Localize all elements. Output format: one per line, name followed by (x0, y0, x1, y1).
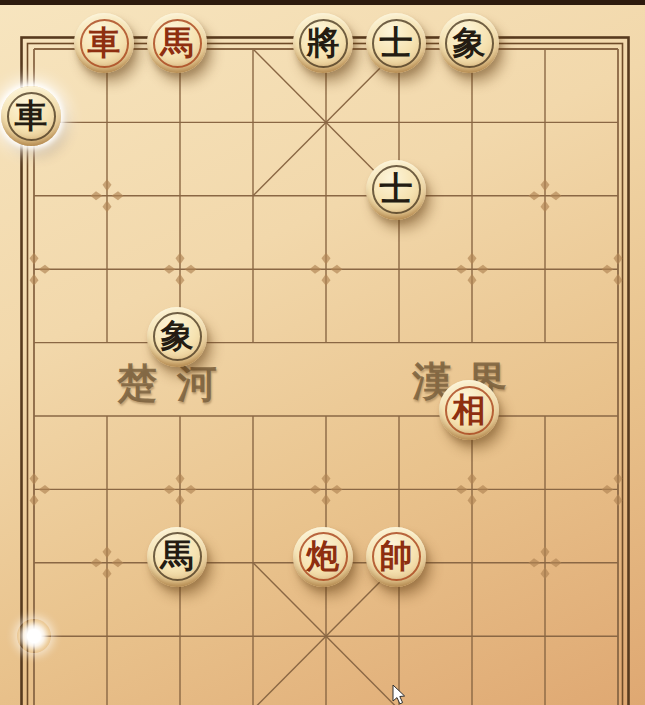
mouse-cursor-icon (392, 685, 408, 705)
piece-black-advisor[interactable]: 士 (366, 160, 426, 220)
piece-character: 帥 (366, 527, 426, 587)
piece-black-general[interactable]: 將 (293, 13, 353, 73)
piece-black-elephant[interactable]: 象 (439, 13, 499, 73)
river-label-chu-he: 楚河 (117, 361, 237, 405)
piece-character: 士 (366, 160, 426, 220)
piece-character: 將 (293, 13, 353, 73)
piece-character: 馬 (147, 13, 207, 73)
piece-red-general[interactable]: 帥 (366, 527, 426, 587)
xiangqi-board-screen: 楚河 漢界 車馬將士象車士象相馬炮帥 (0, 0, 645, 705)
piece-character: 象 (439, 13, 499, 73)
piece-black-elephant[interactable]: 象 (147, 307, 207, 367)
piece-character: 馬 (147, 527, 207, 587)
piece-red-horse[interactable]: 馬 (147, 13, 207, 73)
piece-character: 相 (439, 380, 499, 440)
piece-red-chariot[interactable]: 車 (74, 13, 134, 73)
piece-character: 炮 (293, 527, 353, 587)
piece-character: 象 (147, 307, 207, 367)
piece-black-advisor[interactable]: 士 (366, 13, 426, 73)
board-grid[interactable] (0, 0, 645, 705)
piece-red-cannon[interactable]: 炮 (293, 527, 353, 587)
top-border-strip (0, 0, 645, 5)
last-move-origin-marker (17, 619, 51, 653)
piece-red-elephant[interactable]: 相 (439, 380, 499, 440)
piece-black-chariot[interactable]: 車 (1, 86, 61, 146)
piece-character: 車 (1, 86, 61, 146)
piece-black-horse[interactable]: 馬 (147, 527, 207, 587)
piece-character: 車 (74, 13, 134, 73)
piece-character: 士 (366, 13, 426, 73)
